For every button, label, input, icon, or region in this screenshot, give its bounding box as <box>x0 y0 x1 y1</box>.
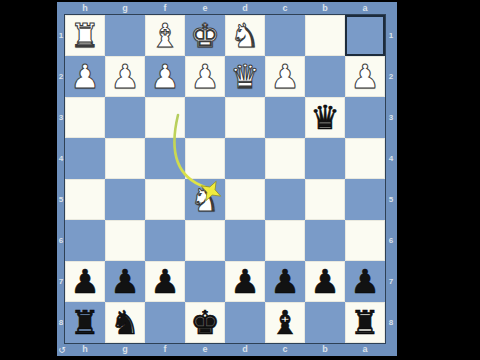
square-c6[interactable] <box>265 220 305 261</box>
rank-label-1: 1 <box>385 15 397 56</box>
square-c1[interactable] <box>265 15 305 56</box>
square-a4[interactable] <box>345 138 385 179</box>
square-b7[interactable]: ♟ <box>305 261 345 302</box>
square-c4[interactable] <box>265 138 305 179</box>
white-pawn[interactable]: ♟ <box>110 60 140 93</box>
white-king[interactable]: ♚ <box>190 19 220 52</box>
square-a5[interactable] <box>345 179 385 220</box>
board-frame: hgfedcba hgfedcba 12345678 12345678 ♜♝♚♞… <box>57 2 397 356</box>
square-a6[interactable] <box>345 220 385 261</box>
square-h2[interactable]: ♟ <box>65 56 105 97</box>
square-g6[interactable] <box>105 220 145 261</box>
square-d7[interactable]: ♟ <box>225 261 265 302</box>
square-f8[interactable] <box>145 302 185 343</box>
black-pawn[interactable]: ♟ <box>70 265 100 298</box>
black-pawn[interactable]: ♟ <box>350 265 380 298</box>
square-f2[interactable]: ♟ <box>145 56 185 97</box>
black-king[interactable]: ♚ <box>190 306 220 339</box>
square-g2[interactable]: ♟ <box>105 56 145 97</box>
square-e6[interactable] <box>185 220 225 261</box>
black-pawn[interactable]: ♟ <box>110 265 140 298</box>
square-g7[interactable]: ♟ <box>105 261 145 302</box>
file-label-e: e <box>185 343 225 356</box>
rank-label-7: 7 <box>57 261 65 302</box>
square-g1[interactable] <box>105 15 145 56</box>
square-a7[interactable]: ♟ <box>345 261 385 302</box>
file-label-c: c <box>265 343 305 356</box>
square-f7[interactable]: ♟ <box>145 261 185 302</box>
black-pawn[interactable]: ♟ <box>310 265 340 298</box>
file-label-b: b <box>305 343 345 356</box>
file-label-h: h <box>65 2 105 15</box>
square-e2[interactable]: ♟ <box>185 56 225 97</box>
file-label-f: f <box>145 343 185 356</box>
black-pawn[interactable]: ♟ <box>230 265 260 298</box>
square-d1[interactable]: ♞ <box>225 15 265 56</box>
square-f3[interactable] <box>145 97 185 138</box>
square-g5[interactable] <box>105 179 145 220</box>
file-label-g: g <box>105 2 145 15</box>
white-pawn[interactable]: ♟ <box>150 60 180 93</box>
square-c8[interactable]: ♝ <box>265 302 305 343</box>
rank-label-3: 3 <box>57 97 65 138</box>
rank-label-5: 5 <box>385 179 397 220</box>
rank-label-3: 3 <box>385 97 397 138</box>
video-frame: hgfedcba hgfedcba 12345678 12345678 ♜♝♚♞… <box>0 0 480 360</box>
black-pawn[interactable]: ♟ <box>270 265 300 298</box>
black-bishop[interactable]: ♝ <box>270 306 300 339</box>
square-d6[interactable] <box>225 220 265 261</box>
file-label-a: a <box>345 343 385 356</box>
square-h3[interactable] <box>65 97 105 138</box>
square-h8[interactable]: ♜ <box>65 302 105 343</box>
file-label-c: c <box>265 2 305 15</box>
square-e7[interactable] <box>185 261 225 302</box>
file-label-d: d <box>225 2 265 15</box>
square-g4[interactable] <box>105 138 145 179</box>
square-f4[interactable] <box>145 138 185 179</box>
square-e5[interactable]: ♞ <box>185 179 225 220</box>
file-label-d: d <box>225 343 265 356</box>
square-h1[interactable]: ♜ <box>65 15 105 56</box>
flip-board-icon[interactable]: ↺ <box>57 344 67 356</box>
square-f6[interactable] <box>145 220 185 261</box>
black-rook[interactable]: ♜ <box>70 306 100 339</box>
rank-label-2: 2 <box>385 56 397 97</box>
square-b5[interactable] <box>305 179 345 220</box>
rank-label-1: 1 <box>57 15 65 56</box>
white-rook[interactable]: ♜ <box>70 19 100 52</box>
white-queen[interactable]: ♛ <box>230 60 260 93</box>
black-knight[interactable]: ♞ <box>110 306 140 339</box>
file-labels-bottom: hgfedcba <box>65 343 385 356</box>
file-label-a: a <box>345 2 385 15</box>
white-pawn[interactable]: ♟ <box>350 60 380 93</box>
white-pawn[interactable]: ♟ <box>190 60 220 93</box>
square-a2[interactable]: ♟ <box>345 56 385 97</box>
rank-label-7: 7 <box>385 261 397 302</box>
square-a1[interactable] <box>345 15 385 56</box>
file-label-e: e <box>185 2 225 15</box>
white-knight[interactable]: ♞ <box>230 19 260 52</box>
black-queen[interactable]: ♛ <box>310 101 340 134</box>
black-pawn[interactable]: ♟ <box>150 265 180 298</box>
square-e4[interactable] <box>185 138 225 179</box>
square-f5[interactable] <box>145 179 185 220</box>
black-rook[interactable]: ♜ <box>350 306 380 339</box>
square-d4[interactable] <box>225 138 265 179</box>
square-c2[interactable]: ♟ <box>265 56 305 97</box>
rank-label-4: 4 <box>57 138 65 179</box>
square-a8[interactable]: ♜ <box>345 302 385 343</box>
white-pawn[interactable]: ♟ <box>70 60 100 93</box>
file-label-g: g <box>105 343 145 356</box>
square-e1[interactable]: ♚ <box>185 15 225 56</box>
white-knight[interactable]: ♞ <box>190 183 220 216</box>
file-label-h: h <box>65 343 105 356</box>
rank-labels-right: 12345678 <box>385 15 397 343</box>
square-c7[interactable]: ♟ <box>265 261 305 302</box>
white-bishop[interactable]: ♝ <box>150 19 180 52</box>
square-b2[interactable] <box>305 56 345 97</box>
square-h4[interactable] <box>65 138 105 179</box>
square-c5[interactable] <box>265 179 305 220</box>
square-g8[interactable]: ♞ <box>105 302 145 343</box>
square-f1[interactable]: ♝ <box>145 15 185 56</box>
square-h5[interactable] <box>65 179 105 220</box>
rank-label-2: 2 <box>57 56 65 97</box>
file-label-b: b <box>305 2 345 15</box>
square-d8[interactable] <box>225 302 265 343</box>
square-d5[interactable] <box>225 179 265 220</box>
square-b4[interactable] <box>305 138 345 179</box>
square-b8[interactable] <box>305 302 345 343</box>
rank-label-6: 6 <box>385 220 397 261</box>
rank-label-8: 8 <box>385 302 397 343</box>
white-pawn[interactable]: ♟ <box>270 60 300 93</box>
square-d3[interactable] <box>225 97 265 138</box>
square-e8[interactable]: ♚ <box>185 302 225 343</box>
square-b6[interactable] <box>305 220 345 261</box>
rank-label-4: 4 <box>385 138 397 179</box>
square-h7[interactable]: ♟ <box>65 261 105 302</box>
file-label-f: f <box>145 2 185 15</box>
square-d2[interactable]: ♛ <box>225 56 265 97</box>
rank-label-8: 8 <box>57 302 65 343</box>
square-a3[interactable] <box>345 97 385 138</box>
file-labels-top: hgfedcba <box>65 2 385 15</box>
square-g3[interactable] <box>105 97 145 138</box>
square-b1[interactable] <box>305 15 345 56</box>
chess-board[interactable]: ♜♝♚♞♟♟♟♟♛♟♟♛♞♟♟♟♟♟♟♟♜♞♚♝♜ <box>65 15 385 343</box>
rank-label-5: 5 <box>57 179 65 220</box>
square-h6[interactable] <box>65 220 105 261</box>
square-e3[interactable] <box>185 97 225 138</box>
rank-label-6: 6 <box>57 220 65 261</box>
rank-labels-left: 12345678 <box>57 15 65 343</box>
square-b3[interactable]: ♛ <box>305 97 345 138</box>
square-c3[interactable] <box>265 97 305 138</box>
